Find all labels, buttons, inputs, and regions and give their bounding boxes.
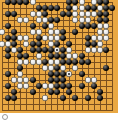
white-stone — [72, 65, 78, 71]
grid-line-horizontal — [2, 110, 113, 111]
hoshi-point — [93, 19, 95, 21]
white-stone — [97, 47, 103, 53]
white-stone — [85, 47, 91, 53]
white-stone — [85, 77, 91, 83]
black-stone — [60, 95, 66, 101]
black-stone — [23, 0, 29, 5]
black-stone — [17, 0, 23, 5]
white-stone — [36, 59, 42, 65]
white-stone — [30, 29, 36, 35]
white-stone — [17, 35, 23, 41]
white-stone — [23, 59, 29, 65]
white-stone — [42, 65, 48, 71]
black-stone — [30, 89, 36, 95]
black-stone — [79, 71, 85, 77]
grid-line-horizontal — [2, 104, 113, 105]
black-stone — [109, 5, 115, 11]
black-stone — [5, 71, 11, 77]
black-stone — [48, 89, 54, 95]
black-stone — [11, 95, 17, 101]
black-stone — [97, 95, 103, 101]
black-stone — [42, 23, 48, 29]
black-stone — [36, 83, 42, 89]
black-stone — [11, 11, 17, 17]
white-stone — [103, 35, 109, 41]
black-stone — [60, 35, 66, 41]
black-stone — [54, 5, 60, 11]
white-stone — [42, 83, 48, 89]
go-board[interactable] — [0, 0, 118, 113]
black-stone — [60, 83, 66, 89]
black-stone — [11, 0, 17, 5]
black-stone — [91, 23, 97, 29]
white-stone — [72, 17, 78, 23]
white-stone — [11, 77, 17, 83]
black-stone — [5, 83, 11, 89]
go-diagram-screen — [0, 0, 120, 120]
white-stone — [42, 95, 48, 101]
hoshi-point — [93, 55, 95, 57]
black-stone — [85, 23, 91, 29]
white-stone — [30, 0, 36, 5]
white-stone — [36, 17, 42, 23]
black-stone — [54, 89, 60, 95]
black-stone — [79, 59, 85, 65]
black-stone — [30, 77, 36, 83]
black-stone — [72, 29, 78, 35]
black-stone — [5, 0, 11, 5]
black-stone — [66, 59, 72, 65]
black-stone — [48, 5, 54, 11]
black-stone — [60, 11, 66, 17]
white-stone — [23, 83, 29, 89]
black-stone — [79, 23, 85, 29]
black-stone — [66, 89, 72, 95]
black-stone — [79, 83, 85, 89]
black-stone — [66, 11, 72, 17]
white-stone — [23, 41, 29, 47]
white-stone — [0, 29, 5, 35]
black-stone — [5, 11, 11, 17]
caption-circle-mark — [2, 114, 8, 120]
grid-line-vertical — [112, 2, 113, 111]
black-stone — [103, 65, 109, 71]
black-stone — [5, 23, 11, 29]
black-stone — [85, 59, 91, 65]
white-stone — [66, 71, 72, 77]
black-stone — [103, 47, 109, 53]
black-stone — [91, 83, 97, 89]
white-stone — [11, 47, 17, 53]
white-stone — [30, 11, 36, 17]
black-stone — [54, 17, 60, 23]
black-stone — [30, 47, 36, 53]
white-stone — [30, 59, 36, 65]
stone-marker-dot — [68, 73, 70, 75]
black-stone — [85, 95, 91, 101]
black-stone — [5, 95, 11, 101]
white-stone — [42, 35, 48, 41]
white-stone — [91, 11, 97, 17]
black-stone — [5, 53, 11, 59]
white-stone — [23, 17, 29, 23]
stone-marker-dot — [56, 49, 58, 51]
white-stone — [91, 47, 97, 53]
black-stone — [72, 95, 78, 101]
white-stone — [17, 17, 23, 23]
black-stone — [42, 47, 48, 53]
hoshi-point — [93, 91, 95, 93]
white-stone — [17, 83, 23, 89]
